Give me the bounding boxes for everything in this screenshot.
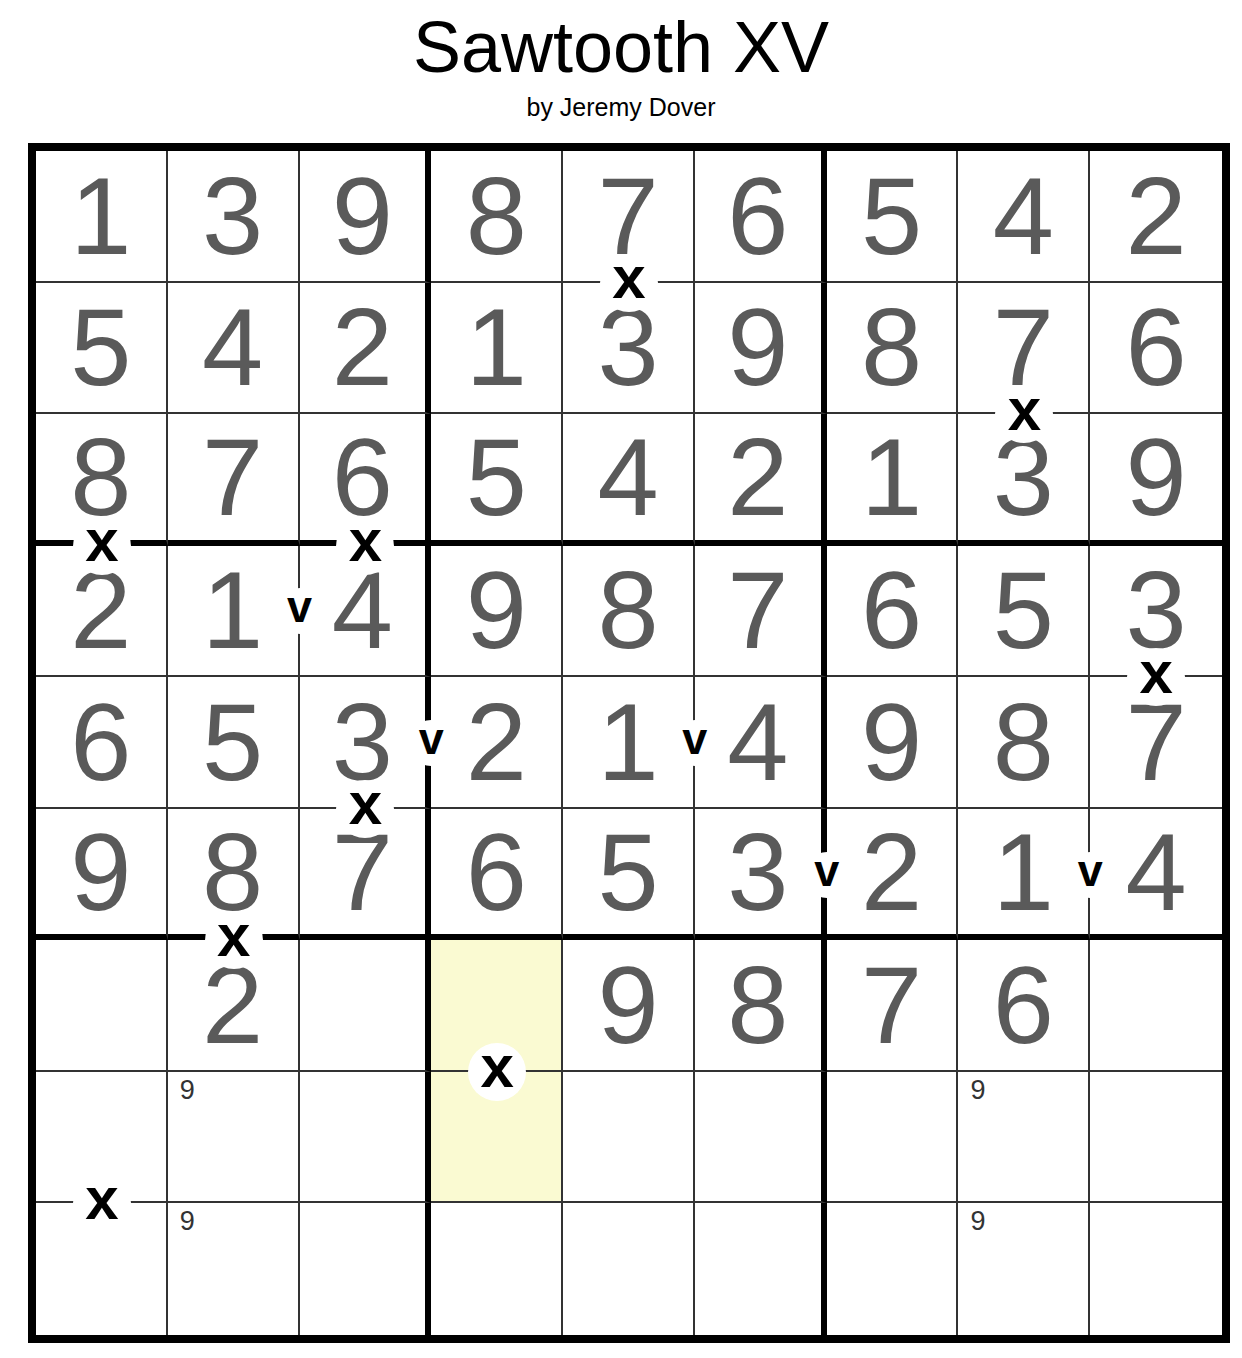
digit: 6 bbox=[1126, 292, 1187, 402]
pencil-mark: 9 bbox=[180, 1208, 195, 1235]
cell-r7c9[interactable] bbox=[1090, 940, 1222, 1072]
sudoku-board-cells: 1398765425421398768765421392149876536532… bbox=[36, 151, 1222, 1335]
cell-r1c6[interactable]: 6 bbox=[695, 151, 827, 283]
cell-r2c2[interactable]: 4 bbox=[168, 283, 300, 415]
xv-marker-letter: X bbox=[1139, 638, 1172, 707]
xv-marker-letter: V bbox=[419, 713, 444, 765]
cell-r8c6[interactable] bbox=[695, 1072, 827, 1204]
cell-r8c5[interactable] bbox=[563, 1072, 695, 1204]
digit: 5 bbox=[597, 817, 658, 927]
pencil-mark: 9 bbox=[180, 1077, 195, 1104]
xv-marker-x: X bbox=[336, 517, 394, 575]
xv-marker-letter: X bbox=[85, 1164, 118, 1233]
xv-marker-v: V bbox=[408, 720, 454, 766]
cell-r8c2[interactable]: 9 bbox=[168, 1072, 300, 1204]
cell-r3c7[interactable]: 1 bbox=[827, 414, 959, 546]
cell-r9c8[interactable]: 9 bbox=[958, 1203, 1090, 1335]
digit: 1 bbox=[993, 817, 1054, 927]
digit: 2 bbox=[727, 422, 788, 532]
cell-r1c1[interactable]: 1 bbox=[36, 151, 168, 283]
digit: 8 bbox=[993, 687, 1054, 797]
cell-r1c9[interactable]: 2 bbox=[1090, 151, 1222, 283]
xv-marker-x: X bbox=[995, 385, 1053, 443]
digit: 6 bbox=[466, 817, 527, 927]
pencil-mark: 9 bbox=[970, 1077, 985, 1104]
cell-r7c5[interactable]: 9 bbox=[563, 940, 695, 1072]
digit: 9 bbox=[1126, 422, 1187, 532]
digit: 1 bbox=[202, 555, 263, 665]
cell-r2c7[interactable]: 8 bbox=[827, 283, 959, 415]
cell-r1c3[interactable]: 9 bbox=[300, 151, 432, 283]
digit: 2 bbox=[1126, 161, 1187, 271]
digit: 2 bbox=[466, 687, 527, 797]
digit: 3 bbox=[202, 161, 263, 271]
cell-r9c9[interactable] bbox=[1090, 1203, 1222, 1335]
cell-r8c9[interactable] bbox=[1090, 1072, 1222, 1204]
cell-r3c9[interactable]: 9 bbox=[1090, 414, 1222, 546]
digit: 4 bbox=[597, 422, 658, 532]
digit: 9 bbox=[70, 817, 131, 927]
cell-r2c4[interactable]: 1 bbox=[431, 283, 563, 415]
cell-r3c5[interactable]: 4 bbox=[563, 414, 695, 546]
digit: 4 bbox=[202, 292, 263, 402]
cell-r6c5[interactable]: 5 bbox=[563, 809, 695, 941]
cell-r9c2[interactable]: 9 bbox=[168, 1203, 300, 1335]
sudoku-board: 1398765425421398768765421392149876536532… bbox=[28, 143, 1230, 1343]
digit: 1 bbox=[597, 687, 658, 797]
cell-r6c4[interactable]: 6 bbox=[431, 809, 563, 941]
cell-r1c2[interactable]: 3 bbox=[168, 151, 300, 283]
cell-r5c2[interactable]: 5 bbox=[168, 677, 300, 809]
cell-r9c4[interactable] bbox=[431, 1203, 563, 1335]
cell-r4c5[interactable]: 8 bbox=[563, 546, 695, 678]
xv-marker-letter: V bbox=[814, 845, 839, 897]
cell-r6c1[interactable]: 9 bbox=[36, 809, 168, 941]
digit: 2 bbox=[332, 292, 393, 402]
digit: 6 bbox=[993, 950, 1054, 1060]
cell-r9c7[interactable] bbox=[827, 1203, 959, 1335]
xv-marker-letter: X bbox=[481, 1032, 514, 1101]
digit: 7 bbox=[727, 555, 788, 665]
cell-r7c8[interactable]: 6 bbox=[958, 940, 1090, 1072]
digit: 6 bbox=[70, 687, 131, 797]
digit: 6 bbox=[727, 161, 788, 271]
digit: 1 bbox=[466, 292, 527, 402]
page: Sawtooth XV by Jeremy Dover 139876542542… bbox=[0, 0, 1242, 1358]
digit: 1 bbox=[70, 161, 131, 271]
cell-r8c8[interactable]: 9 bbox=[958, 1072, 1090, 1204]
xv-marker-x: X bbox=[73, 517, 131, 575]
cell-r7c3[interactable] bbox=[300, 940, 432, 1072]
digit: 8 bbox=[597, 555, 658, 665]
digit: 7 bbox=[861, 950, 922, 1060]
cell-r4c7[interactable]: 6 bbox=[827, 546, 959, 678]
cell-r4c8[interactable]: 5 bbox=[958, 546, 1090, 678]
cell-r2c6[interactable]: 9 bbox=[695, 283, 827, 415]
xv-marker-v: V bbox=[1067, 852, 1113, 898]
cell-r2c9[interactable]: 6 bbox=[1090, 283, 1222, 415]
xv-marker-letter: X bbox=[85, 506, 118, 575]
cell-r2c3[interactable]: 2 bbox=[300, 283, 432, 415]
digit: 4 bbox=[727, 687, 788, 797]
xv-marker-letter: X bbox=[1008, 375, 1041, 444]
digit: 5 bbox=[70, 292, 131, 402]
cell-r7c7[interactable]: 7 bbox=[827, 940, 959, 1072]
cell-r4c4[interactable]: 9 bbox=[431, 546, 563, 678]
xv-marker-v: V bbox=[804, 852, 850, 898]
xv-marker-x: X bbox=[73, 1174, 131, 1232]
xv-marker-x: X bbox=[1127, 648, 1185, 706]
xv-marker-letter: V bbox=[1078, 845, 1103, 897]
digit: 5 bbox=[993, 555, 1054, 665]
digit: 1 bbox=[861, 422, 922, 532]
pencil-mark: 9 bbox=[970, 1208, 985, 1235]
digit: 7 bbox=[202, 422, 263, 532]
cell-r1c8[interactable]: 4 bbox=[958, 151, 1090, 283]
digit: 9 bbox=[332, 161, 393, 271]
xv-marker-x: X bbox=[600, 254, 658, 312]
cell-r2c1[interactable]: 5 bbox=[36, 283, 168, 415]
xv-marker-letter: V bbox=[682, 713, 707, 765]
xv-marker-letter: X bbox=[349, 769, 382, 838]
cell-r9c5[interactable] bbox=[563, 1203, 695, 1335]
cell-r7c6[interactable]: 8 bbox=[695, 940, 827, 1072]
xv-marker-letter: X bbox=[217, 901, 250, 970]
digit: 9 bbox=[466, 555, 527, 665]
cell-r8c7[interactable] bbox=[827, 1072, 959, 1204]
xv-marker-v: V bbox=[277, 588, 323, 634]
cell-r1c7[interactable]: 5 bbox=[827, 151, 959, 283]
digit: 5 bbox=[861, 161, 922, 271]
digit: 5 bbox=[202, 687, 263, 797]
digit: 6 bbox=[861, 555, 922, 665]
cell-r4c6[interactable]: 7 bbox=[695, 546, 827, 678]
cell-r5c8[interactable]: 8 bbox=[958, 677, 1090, 809]
cell-r9c3[interactable] bbox=[300, 1203, 432, 1335]
digit: 8 bbox=[727, 950, 788, 1060]
cell-r3c4[interactable]: 5 bbox=[431, 414, 563, 546]
xv-marker-letter: V bbox=[287, 581, 312, 633]
xv-marker-x: X bbox=[205, 911, 263, 969]
cell-r1c4[interactable]: 8 bbox=[431, 151, 563, 283]
digit: 9 bbox=[727, 292, 788, 402]
cell-r3c2[interactable]: 7 bbox=[168, 414, 300, 546]
cell-r7c1[interactable] bbox=[36, 940, 168, 1072]
xv-marker-v: V bbox=[672, 720, 718, 766]
digit: 4 bbox=[1126, 817, 1187, 927]
cell-r5c7[interactable]: 9 bbox=[827, 677, 959, 809]
xv-marker-x: X bbox=[468, 1043, 526, 1101]
cell-r8c3[interactable] bbox=[300, 1072, 432, 1204]
cell-r9c6[interactable] bbox=[695, 1203, 827, 1335]
digit: 8 bbox=[466, 161, 527, 271]
digit: 3 bbox=[727, 817, 788, 927]
xv-marker-letter: X bbox=[349, 506, 382, 575]
digit: 9 bbox=[597, 950, 658, 1060]
puzzle-title: Sawtooth XV bbox=[0, 8, 1242, 87]
puzzle-byline: by Jeremy Dover bbox=[0, 93, 1242, 122]
xv-marker-x: X bbox=[336, 780, 394, 838]
xv-marker-letter: X bbox=[612, 243, 645, 312]
digit: 8 bbox=[861, 292, 922, 402]
digit: 9 bbox=[861, 687, 922, 797]
digit: 5 bbox=[466, 422, 527, 532]
cell-r3c6[interactable]: 2 bbox=[695, 414, 827, 546]
digit: 2 bbox=[861, 817, 922, 927]
cell-r5c1[interactable]: 6 bbox=[36, 677, 168, 809]
digit: 4 bbox=[993, 161, 1054, 271]
